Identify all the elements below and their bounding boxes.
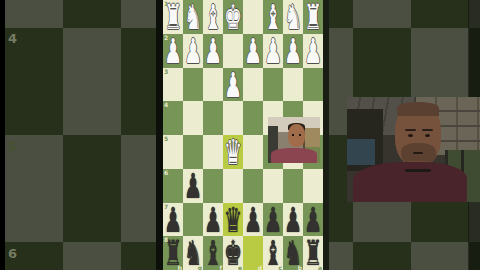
square-g2[interactable]: ♟ bbox=[183, 34, 203, 68]
necklace bbox=[405, 169, 431, 172]
square-c3[interactable] bbox=[263, 68, 283, 102]
background-rank-label: 4 bbox=[8, 31, 17, 46]
background-edge-shade bbox=[468, 202, 480, 270]
square-f4[interactable] bbox=[203, 101, 223, 135]
rank-label-4: 4 bbox=[164, 101, 168, 108]
square-c8[interactable]: ♝c bbox=[263, 236, 283, 270]
square-d3[interactable] bbox=[243, 68, 263, 102]
piece-white-pawn-c2[interactable]: ♟ bbox=[264, 29, 282, 72]
square-g4[interactable] bbox=[183, 101, 203, 135]
file-label-c: c bbox=[278, 264, 282, 270]
piece-black-pawn-d7[interactable]: ♟ bbox=[244, 198, 262, 241]
square-e5[interactable]: ♛ bbox=[223, 135, 243, 169]
square-e3[interactable]: ♟ bbox=[223, 68, 243, 102]
eye bbox=[408, 134, 413, 137]
piece-white-pawn-f2[interactable]: ♟ bbox=[204, 29, 222, 72]
square-b3[interactable] bbox=[283, 68, 303, 102]
maroon-shirt bbox=[353, 162, 467, 202]
streamer-hair bbox=[397, 102, 439, 116]
background-rank-label: 5 bbox=[8, 139, 17, 154]
background-square bbox=[411, 0, 469, 28]
background-square bbox=[5, 0, 63, 28]
background-webcam bbox=[347, 97, 480, 202]
piece-white-pawn-d2[interactable]: ♟ bbox=[244, 29, 262, 72]
eyebrow bbox=[422, 129, 433, 131]
rank-label-2: 2 bbox=[164, 34, 168, 41]
piece-black-pawn-g6[interactable]: ♟ bbox=[184, 164, 202, 207]
piece-white-pawn-e3[interactable]: ♟ bbox=[224, 63, 242, 106]
square-b8[interactable]: ♞b bbox=[283, 236, 303, 270]
piece-white-pawn-b2[interactable]: ♟ bbox=[284, 29, 302, 72]
square-h4[interactable]: 4 bbox=[163, 101, 183, 135]
background-square bbox=[63, 28, 121, 135]
mouth bbox=[413, 152, 423, 154]
square-d7[interactable]: ♟ bbox=[243, 203, 263, 237]
square-g3[interactable] bbox=[183, 68, 203, 102]
background-square bbox=[63, 242, 121, 270]
square-d8[interactable]: d bbox=[243, 236, 263, 270]
square-d2[interactable]: ♟ bbox=[243, 34, 263, 68]
page: { "game": "chess", "position": { "fen": … bbox=[0, 0, 480, 270]
rank-label-8: 8 bbox=[164, 236, 168, 243]
rank-label-7: 7 bbox=[164, 203, 168, 210]
background-square bbox=[63, 0, 121, 28]
file-label-a: a bbox=[318, 264, 322, 270]
piece-white-king-e1[interactable]: ♚ bbox=[224, 0, 242, 38]
square-e8[interactable]: ♚e bbox=[223, 236, 243, 270]
rank-label-3: 3 bbox=[164, 68, 168, 75]
background-square bbox=[411, 242, 469, 270]
square-g6[interactable]: ♟ bbox=[183, 169, 203, 203]
monitor-glow bbox=[347, 139, 375, 165]
square-f5[interactable] bbox=[203, 135, 223, 169]
background-square bbox=[353, 0, 411, 28]
square-h8[interactable]: ♜8h bbox=[163, 236, 183, 270]
rank-label-1: 1 bbox=[164, 0, 168, 7]
eye bbox=[425, 134, 430, 137]
piece-white-pawn-a2[interactable]: ♟ bbox=[304, 29, 322, 72]
rank-label-6: 6 bbox=[164, 169, 168, 176]
square-h5[interactable]: 5 bbox=[163, 135, 183, 169]
file-label-d: d bbox=[258, 264, 262, 270]
square-f2[interactable]: ♟ bbox=[203, 34, 223, 68]
file-label-e: e bbox=[238, 264, 242, 270]
streamer-face bbox=[288, 124, 305, 147]
square-f8[interactable]: ♝f bbox=[203, 236, 223, 270]
eye bbox=[292, 134, 294, 136]
rank-label-5: 5 bbox=[164, 135, 168, 142]
square-g8[interactable]: ♞g bbox=[183, 236, 203, 270]
eyebrow bbox=[405, 129, 416, 131]
square-a2[interactable]: ♟ bbox=[303, 34, 323, 68]
square-a8[interactable]: ♜a bbox=[303, 236, 323, 270]
square-e1[interactable]: ♚ bbox=[223, 0, 243, 34]
square-b2[interactable]: ♟ bbox=[283, 34, 303, 68]
background-square bbox=[353, 242, 411, 270]
square-c2[interactable]: ♟ bbox=[263, 34, 283, 68]
file-label-b: b bbox=[298, 264, 302, 270]
square-a3[interactable] bbox=[303, 68, 323, 102]
square-d4[interactable] bbox=[243, 101, 263, 135]
square-d5[interactable] bbox=[243, 135, 263, 169]
webcam-overlay bbox=[268, 117, 320, 163]
background-square bbox=[63, 135, 121, 242]
file-label-h: h bbox=[178, 264, 182, 270]
maroon-shirt bbox=[271, 148, 317, 163]
file-label-f: f bbox=[219, 264, 222, 270]
piece-white-queen-e5[interactable]: ♛ bbox=[224, 130, 242, 173]
piece-white-pawn-g2[interactable]: ♟ bbox=[184, 29, 202, 72]
square-h3[interactable]: 3 bbox=[163, 68, 183, 102]
video-edge-right bbox=[323, 0, 329, 270]
square-f3[interactable] bbox=[203, 68, 223, 102]
file-label-g: g bbox=[198, 264, 202, 270]
eye bbox=[299, 134, 301, 136]
video-edge-left bbox=[156, 0, 163, 270]
background-edge-shade bbox=[468, 0, 480, 97]
square-h2[interactable]: ♟2 bbox=[163, 34, 183, 68]
background-rank-label: 6 bbox=[8, 246, 17, 261]
